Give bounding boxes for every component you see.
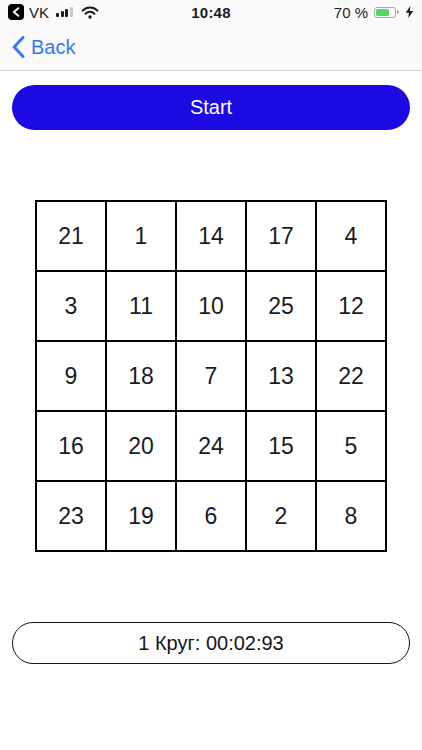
grid-cell-r1c4[interactable]: 12: [317, 272, 385, 340]
grid-cell-r3c3[interactable]: 15: [247, 412, 315, 480]
lap-time-button[interactable]: 1 Круг: 00:02:93: [12, 622, 410, 664]
wifi-icon: [81, 6, 99, 19]
back-chevron-icon: [12, 36, 25, 58]
grid-cell-r4c3[interactable]: 2: [247, 482, 315, 550]
grid-cell-r1c1[interactable]: 11: [107, 272, 175, 340]
battery-icon: [374, 7, 399, 18]
carrier-label: VK: [29, 4, 49, 21]
grid-cell-r3c0[interactable]: 16: [37, 412, 105, 480]
grid-cell-r4c2[interactable]: 6: [177, 482, 245, 550]
start-button[interactable]: Start: [12, 85, 410, 130]
grid-cell-r3c1[interactable]: 20: [107, 412, 175, 480]
grid-cell-r3c4[interactable]: 5: [317, 412, 385, 480]
clock: 10:48: [191, 4, 230, 21]
grid-cell-r0c4[interactable]: 4: [317, 202, 385, 270]
battery-percent-label: 70 %: [334, 4, 368, 21]
grid-cell-r0c1[interactable]: 1: [107, 202, 175, 270]
grid-cell-r2c1[interactable]: 18: [107, 342, 175, 410]
grid-cell-r0c2[interactable]: 14: [177, 202, 245, 270]
back-to-app-icon[interactable]: [8, 4, 24, 20]
grid-cell-r1c0[interactable]: 3: [37, 272, 105, 340]
grid-cell-r0c0[interactable]: 21: [37, 202, 105, 270]
grid-cell-r4c1[interactable]: 19: [107, 482, 175, 550]
grid-cell-r0c3[interactable]: 17: [247, 202, 315, 270]
status-bar: VK 10:48 70 %: [0, 0, 422, 24]
back-button-label: Back: [31, 36, 75, 59]
charging-bolt-icon: [405, 6, 414, 18]
grid-cell-r2c4[interactable]: 22: [317, 342, 385, 410]
status-bar-left: VK: [8, 4, 191, 21]
grid-cell-r1c2[interactable]: 10: [177, 272, 245, 340]
grid-cell-r2c0[interactable]: 9: [37, 342, 105, 410]
nav-bar: Back: [0, 24, 422, 71]
status-bar-right: 70 %: [231, 4, 414, 21]
schulte-grid: 21 1 14 17 4 3 11 10 25 12 9 18 7 13 22 …: [35, 200, 387, 552]
cellular-signal-icon: [56, 7, 73, 17]
grid-cell-r1c3[interactable]: 25: [247, 272, 315, 340]
grid-cell-r2c3[interactable]: 13: [247, 342, 315, 410]
grid-cell-r4c4[interactable]: 8: [317, 482, 385, 550]
app-screen: VK 10:48 70 %: [0, 0, 422, 750]
grid-cell-r4c0[interactable]: 23: [37, 482, 105, 550]
grid-cell-r2c2[interactable]: 7: [177, 342, 245, 410]
grid-cell-r3c2[interactable]: 24: [177, 412, 245, 480]
back-button[interactable]: Back: [12, 36, 75, 59]
